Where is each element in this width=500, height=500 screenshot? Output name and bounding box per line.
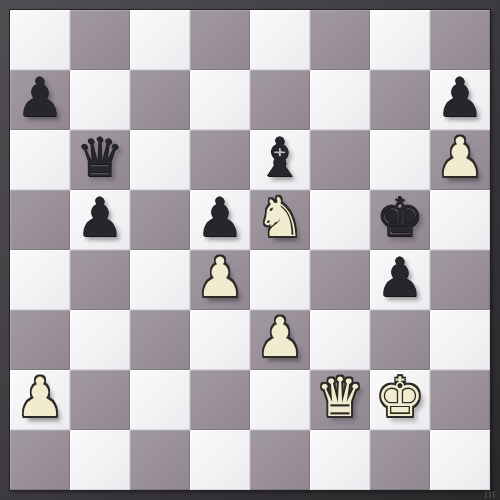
- square-b1[interactable]: [70, 430, 130, 490]
- square-a1[interactable]: [10, 430, 70, 490]
- square-e7[interactable]: [250, 70, 310, 130]
- square-d8[interactable]: [190, 10, 250, 70]
- piece-black-bishop-e6[interactable]: ♝: [256, 128, 304, 188]
- square-f1[interactable]: [310, 430, 370, 490]
- square-f8[interactable]: [310, 10, 370, 70]
- square-h6[interactable]: ♟: [430, 130, 490, 190]
- piece-black-queen-b6[interactable]: ♛: [76, 128, 124, 188]
- square-b4[interactable]: [70, 250, 130, 310]
- square-d3[interactable]: [190, 310, 250, 370]
- piece-black-pawn-b5[interactable]: ♟: [76, 188, 124, 248]
- square-g5[interactable]: ♚: [370, 190, 430, 250]
- square-h5[interactable]: [430, 190, 490, 250]
- square-f4[interactable]: [310, 250, 370, 310]
- square-b7[interactable]: [70, 70, 130, 130]
- square-c2[interactable]: [130, 370, 190, 430]
- square-c4[interactable]: [130, 250, 190, 310]
- square-b8[interactable]: [70, 10, 130, 70]
- square-f6[interactable]: [310, 130, 370, 190]
- square-h4[interactable]: [430, 250, 490, 310]
- square-d1[interactable]: [190, 430, 250, 490]
- piece-black-pawn-d5[interactable]: ♟: [196, 188, 244, 248]
- square-a3[interactable]: [10, 310, 70, 370]
- square-f7[interactable]: [310, 70, 370, 130]
- square-d5[interactable]: ♟: [190, 190, 250, 250]
- square-g6[interactable]: [370, 130, 430, 190]
- square-c5[interactable]: [130, 190, 190, 250]
- watermark: [485, 491, 497, 498]
- square-f2[interactable]: ♛: [310, 370, 370, 430]
- piece-white-pawn-e3[interactable]: ♟: [256, 308, 304, 368]
- square-e5[interactable]: ♞: [250, 190, 310, 250]
- square-e8[interactable]: [250, 10, 310, 70]
- piece-white-pawn-a2[interactable]: ♟: [16, 368, 64, 428]
- chess-board: ♟♟♛♝♟♟♟♞♚♟♟♟♟♛♚: [10, 10, 490, 490]
- piece-white-pawn-d4[interactable]: ♟: [196, 248, 244, 308]
- square-d4[interactable]: ♟: [190, 250, 250, 310]
- square-e2[interactable]: [250, 370, 310, 430]
- square-b2[interactable]: [70, 370, 130, 430]
- square-a6[interactable]: [10, 130, 70, 190]
- piece-black-pawn-h7[interactable]: ♟: [436, 68, 484, 128]
- piece-white-queen-f2[interactable]: ♛: [316, 368, 364, 428]
- square-b3[interactable]: [70, 310, 130, 370]
- piece-white-pawn-h6[interactable]: ♟: [436, 128, 484, 188]
- square-g7[interactable]: [370, 70, 430, 130]
- board-frame: ♟♟♛♝♟♟♟♞♚♟♟♟♟♛♚: [0, 0, 500, 500]
- square-a8[interactable]: [10, 10, 70, 70]
- square-c1[interactable]: [130, 430, 190, 490]
- square-g8[interactable]: [370, 10, 430, 70]
- square-d6[interactable]: [190, 130, 250, 190]
- square-b5[interactable]: ♟: [70, 190, 130, 250]
- piece-white-knight-e5[interactable]: ♞: [256, 188, 304, 248]
- square-h7[interactable]: ♟: [430, 70, 490, 130]
- square-d7[interactable]: [190, 70, 250, 130]
- square-a4[interactable]: [10, 250, 70, 310]
- square-d2[interactable]: [190, 370, 250, 430]
- square-g1[interactable]: [370, 430, 430, 490]
- square-f3[interactable]: [310, 310, 370, 370]
- piece-white-king-g2[interactable]: ♚: [376, 368, 424, 428]
- square-f5[interactable]: [310, 190, 370, 250]
- square-c8[interactable]: [130, 10, 190, 70]
- square-h3[interactable]: [430, 310, 490, 370]
- square-g2[interactable]: ♚: [370, 370, 430, 430]
- square-e1[interactable]: [250, 430, 310, 490]
- piece-black-king-g5[interactable]: ♚: [376, 188, 424, 248]
- piece-black-pawn-a7[interactable]: ♟: [16, 68, 64, 128]
- square-b6[interactable]: ♛: [70, 130, 130, 190]
- square-e6[interactable]: ♝: [250, 130, 310, 190]
- piece-black-pawn-g4[interactable]: ♟: [376, 248, 424, 308]
- square-c7[interactable]: [130, 70, 190, 130]
- square-g3[interactable]: [370, 310, 430, 370]
- square-e4[interactable]: [250, 250, 310, 310]
- square-h2[interactable]: [430, 370, 490, 430]
- square-h1[interactable]: [430, 430, 490, 490]
- square-h8[interactable]: [430, 10, 490, 70]
- square-g4[interactable]: ♟: [370, 250, 430, 310]
- square-a2[interactable]: ♟: [10, 370, 70, 430]
- square-c3[interactable]: [130, 310, 190, 370]
- square-c6[interactable]: [130, 130, 190, 190]
- square-a7[interactable]: ♟: [10, 70, 70, 130]
- square-a5[interactable]: [10, 190, 70, 250]
- square-e3[interactable]: ♟: [250, 310, 310, 370]
